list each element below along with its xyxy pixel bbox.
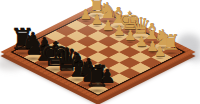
piece-white-pawn-a2: ♟	[154, 44, 167, 58]
photo-backdrop: ♜♞♝♛♚♝♞♜♟♟♟♟♟♟♟♟♟♟♟♟♟♟♟♟♜♞♝♛♚♝♞♜	[0, 0, 200, 104]
pieces-layer: ♜♞♝♛♚♝♞♜♟♟♟♟♟♟♟♟♟♟♟♟♟♟♟♟♜♞♝♛♚♝♞♜	[0, 0, 200, 104]
piece-black-rook-a8: ♜	[84, 62, 110, 91]
